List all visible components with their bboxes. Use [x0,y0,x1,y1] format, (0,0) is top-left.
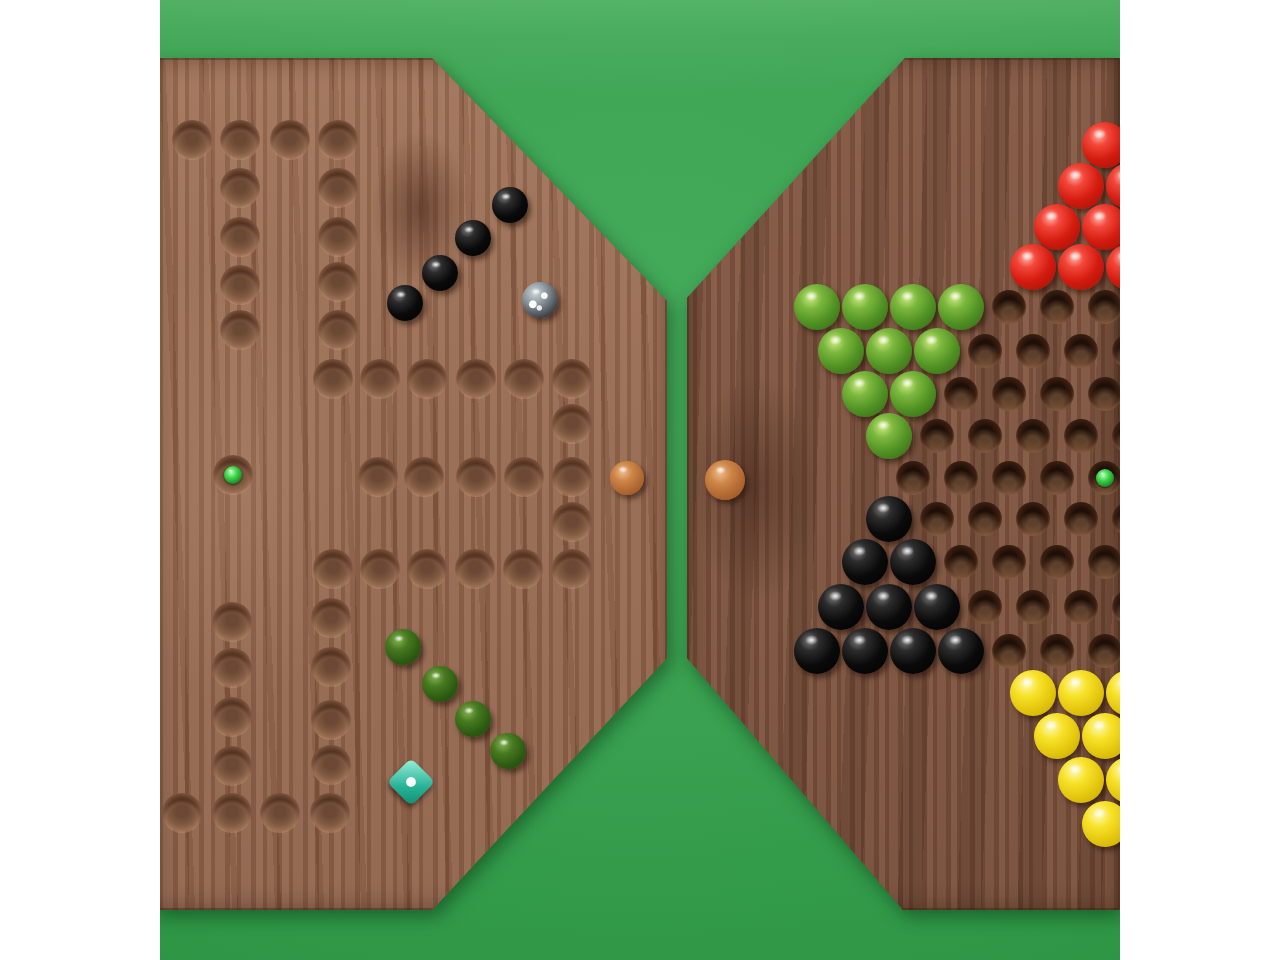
hole[interactable] [1112,502,1120,536]
marble-green-glass[interactable] [1096,469,1114,487]
marble-red[interactable] [1082,204,1120,250]
photo-stage [0,0,1280,960]
marble-green[interactable] [914,328,960,374]
marble-greendark[interactable] [385,629,421,665]
hole[interactable] [504,359,544,399]
marble-black[interactable] [866,584,912,630]
marble-yellow[interactable] [1082,713,1120,759]
marble-black[interactable] [842,539,888,585]
marble-black[interactable] [818,584,864,630]
hole[interactable] [212,793,252,833]
green-felt-background [160,0,1120,960]
marble-green[interactable] [866,328,912,374]
hole[interactable] [1040,377,1074,411]
hole[interactable] [455,549,495,589]
marble-red[interactable] [1058,163,1104,209]
marble-black[interactable] [455,220,491,256]
hole[interactable] [407,549,447,589]
right-board-area [687,58,1120,910]
hole[interactable] [220,120,260,160]
hole[interactable] [212,697,252,737]
marble-black[interactable] [387,285,423,321]
hole[interactable] [270,120,310,160]
hole[interactable] [503,549,543,589]
hole[interactable] [313,359,353,399]
hole[interactable] [992,290,1026,324]
marble-silver[interactable] [522,282,558,318]
hole[interactable] [212,602,252,642]
marble-black[interactable] [794,628,840,674]
marble-black[interactable] [492,187,528,223]
left-board-area [160,58,667,910]
marble-glass[interactable] [224,466,242,484]
marble-green[interactable] [890,371,936,417]
hole[interactable] [310,793,350,833]
hole[interactable] [1112,590,1120,624]
marble-red[interactable] [1106,244,1120,290]
hole[interactable] [552,457,592,497]
hole[interactable] [552,404,592,444]
marble-greendark[interactable] [490,733,526,769]
marble-yellow[interactable] [1034,713,1080,759]
hole[interactable] [212,746,252,786]
hole[interactable] [1016,590,1050,624]
hole[interactable] [358,457,398,497]
hole[interactable] [504,457,544,497]
marble-red[interactable] [1106,163,1120,209]
hole[interactable] [311,647,351,687]
marble-yellow[interactable] [1106,757,1120,803]
marble-yellow[interactable] [1082,801,1120,847]
hole[interactable] [1040,290,1074,324]
hole[interactable] [944,461,978,495]
hole[interactable] [992,377,1026,411]
marble-yellow[interactable] [1058,670,1104,716]
hole[interactable] [896,461,930,495]
hole[interactable] [220,310,260,350]
hole[interactable] [1112,334,1120,368]
hole[interactable] [552,359,592,399]
marble-red[interactable] [1010,244,1056,290]
aggravation-board [160,58,667,910]
hole[interactable] [920,419,954,453]
hole[interactable] [407,359,447,399]
marble-yellow[interactable] [1106,670,1120,716]
marble-black[interactable] [890,628,936,674]
hole[interactable] [552,549,592,589]
hole[interactable] [1064,502,1098,536]
marble-red[interactable] [1082,122,1120,168]
hole[interactable] [1016,502,1050,536]
hole[interactable] [992,545,1026,579]
hole[interactable] [220,217,260,257]
marble-green[interactable] [794,284,840,330]
hole[interactable] [456,359,496,399]
hole[interactable] [1088,290,1120,324]
hole[interactable] [404,457,444,497]
hole[interactable] [968,419,1002,453]
hole[interactable] [1064,419,1098,453]
hole[interactable] [318,168,358,208]
hole[interactable] [456,457,496,497]
hole[interactable] [944,377,978,411]
hole[interactable] [1088,634,1120,668]
hole[interactable] [318,217,358,257]
marble-yellow[interactable] [1010,670,1056,716]
marble-orange[interactable] [705,460,745,500]
chinese-checkers-board [687,58,1120,910]
hole[interactable] [1040,634,1074,668]
hole[interactable] [220,168,260,208]
marble-green[interactable] [866,413,912,459]
hole[interactable] [920,502,954,536]
hole[interactable] [1088,377,1120,411]
hole[interactable] [318,310,358,350]
hole[interactable] [1088,545,1120,579]
hole[interactable] [311,598,351,638]
hole[interactable] [1064,334,1098,368]
marble-black[interactable] [422,255,458,291]
marble-green[interactable] [890,284,936,330]
marble-green[interactable] [842,371,888,417]
hole[interactable] [1016,334,1050,368]
hole[interactable] [1016,419,1050,453]
hole[interactable] [162,793,202,833]
marble-greendark[interactable] [455,701,491,737]
hole[interactable] [992,461,1026,495]
hole[interactable] [1112,419,1120,453]
marble-green[interactable] [938,284,984,330]
hole[interactable] [1064,590,1098,624]
hole[interactable] [1040,545,1074,579]
marble-black[interactable] [938,628,984,674]
hole[interactable] [944,545,978,579]
hole[interactable] [260,793,300,833]
marble-greendark[interactable] [422,666,458,702]
hole[interactable] [968,590,1002,624]
hole[interactable] [313,549,353,589]
hole[interactable] [360,359,400,399]
hole[interactable] [1040,461,1074,495]
marble-green[interactable] [818,328,864,374]
hole[interactable] [212,648,252,688]
hole[interactable] [968,502,1002,536]
marble-red[interactable] [1034,204,1080,250]
marble-black[interactable] [842,628,888,674]
marble-green[interactable] [842,284,888,330]
hole[interactable] [968,334,1002,368]
hole[interactable] [318,120,358,160]
hole[interactable] [360,549,400,589]
marble-black[interactable] [866,496,912,542]
die[interactable] [387,758,435,806]
marble-red[interactable] [1058,244,1104,290]
hole[interactable] [552,502,592,542]
hole[interactable] [220,265,260,305]
hole[interactable] [311,700,351,740]
hole[interactable] [172,120,212,160]
hole[interactable] [311,745,351,785]
marble-orange[interactable] [610,461,644,495]
marble-yellow[interactable] [1058,757,1104,803]
hole[interactable] [992,634,1026,668]
marble-black[interactable] [914,584,960,630]
marble-black[interactable] [890,539,936,585]
hole[interactable] [318,262,358,302]
